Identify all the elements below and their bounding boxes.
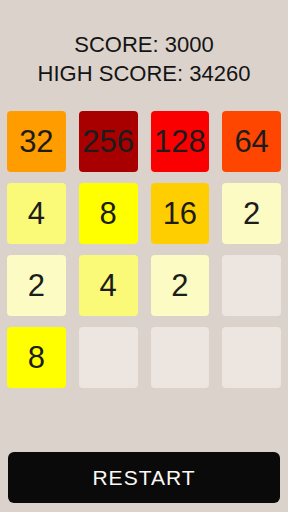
empty-cell: [222, 255, 281, 316]
tile-64: 64: [222, 111, 281, 172]
restart-button[interactable]: RESTART: [8, 452, 280, 503]
score-line: SCORE: 3000: [0, 30, 288, 59]
high-score-value: 34260: [189, 61, 250, 86]
tile-2: 2: [151, 255, 210, 316]
app-background: { "game": "2048", "position": { "rows": …: [0, 0, 288, 512]
score-panel: SCORE: 3000 HIGH SCORE: 34260: [0, 30, 288, 88]
board-grid[interactable]: 3225612864481622428: [7, 111, 281, 388]
tile-4: 4: [79, 255, 138, 316]
empty-cell: [151, 327, 210, 388]
tile-8: 8: [79, 183, 138, 244]
tile-8: 8: [7, 327, 66, 388]
tile-256: 256: [79, 111, 138, 172]
tile-4: 4: [7, 183, 66, 244]
tile-2: 2: [222, 183, 281, 244]
score-label: SCORE:: [74, 32, 158, 57]
empty-cell: [79, 327, 138, 388]
tile-128: 128: [151, 111, 210, 172]
tile-2: 2: [7, 255, 66, 316]
empty-cell: [222, 327, 281, 388]
tile-32: 32: [7, 111, 66, 172]
high-score-line: HIGH SCORE: 34260: [0, 59, 288, 88]
high-score-label: HIGH SCORE:: [38, 61, 183, 86]
tile-16: 16: [151, 183, 210, 244]
score-value: 3000: [165, 32, 214, 57]
